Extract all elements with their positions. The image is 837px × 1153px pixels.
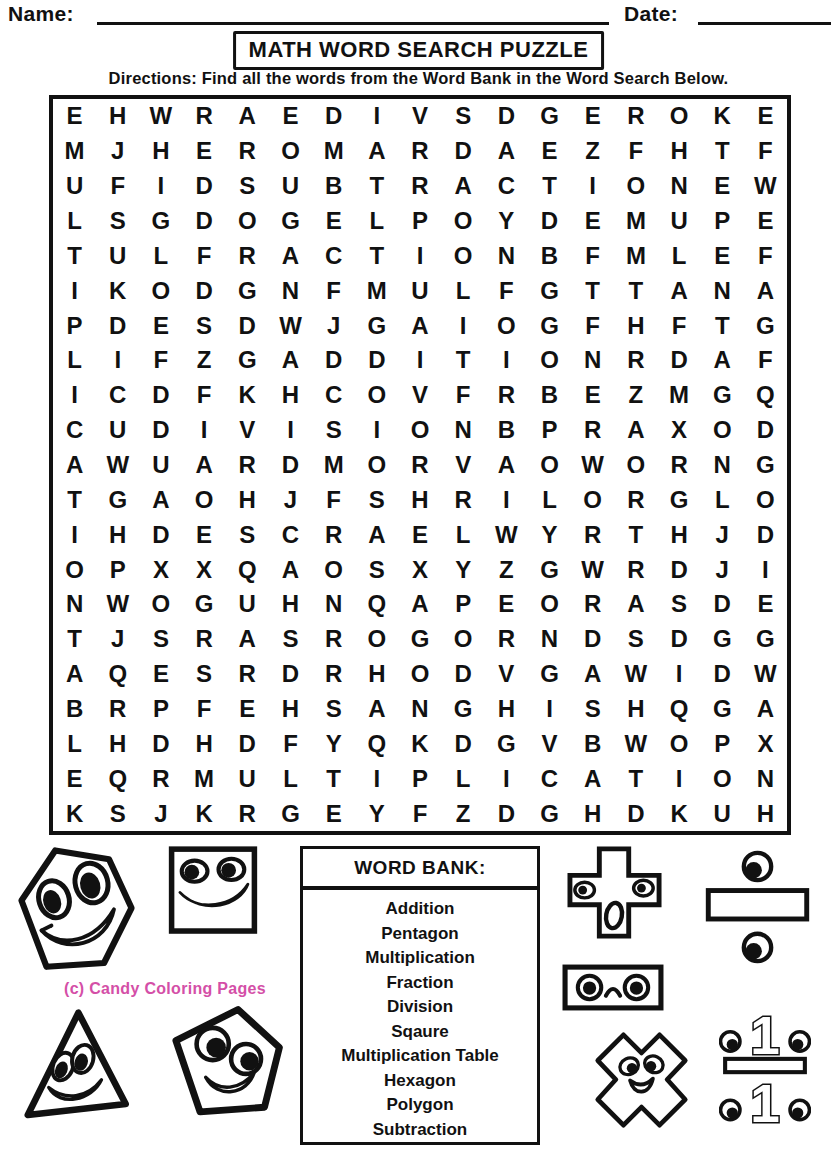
grid-cell: D [226,726,269,761]
grid-cell: T [442,343,485,378]
grid-cell: S [96,204,139,239]
grid-cell: T [355,238,398,273]
grid-cell: E [398,517,441,552]
grid-cell: G [485,726,528,761]
grid-cell: F [183,378,226,413]
grid-cell: M [355,273,398,308]
grid-cell: C [312,378,355,413]
grid-cell: I [571,169,614,204]
word-bank-item: Fraction [303,971,537,996]
grid-cell: Q [355,726,398,761]
grid-cell: H [269,692,312,727]
grid-cell: U [269,169,312,204]
grid-cell: I [53,273,96,308]
grid-cell: I [355,99,398,134]
grid-cell: D [269,448,312,483]
grid-cell: Q [96,657,139,692]
grid-cell: P [528,413,571,448]
grid-cell: H [96,99,139,134]
grid-cell: G [657,482,700,517]
grid-cell: D [485,796,528,831]
grid-cell: H [614,692,657,727]
grid-cell: H [744,796,787,831]
grid-cell: A [53,448,96,483]
grid-cell: W [744,169,787,204]
grid-cell: U [139,448,182,483]
grid-cell: O [657,726,700,761]
grid-cell: F [139,343,182,378]
grid-cell: Q [744,378,787,413]
grid-cell: R [614,99,657,134]
grid-cell: N [657,169,700,204]
grid-cell: O [614,448,657,483]
grid-cell: D [139,726,182,761]
grid-cell: E [701,169,744,204]
grid-cell: V [528,726,571,761]
grid-cell: A [571,657,614,692]
grid-cell: X [398,552,441,587]
grid-cell: Y [528,517,571,552]
grid-cell: T [355,169,398,204]
grid-cell: R [442,482,485,517]
grid-cell: I [183,413,226,448]
grid-cell: C [528,761,571,796]
grid-cell: I [657,761,700,796]
grid-cell: P [96,552,139,587]
grid-cell: T [53,238,96,273]
grid-cell: V [398,99,441,134]
grid-cell: A [355,692,398,727]
grid-cell: S [614,622,657,657]
grid-cell: J [269,482,312,517]
grid-cell: N [571,343,614,378]
grid-cell: T [701,308,744,343]
grid-cell: F [183,238,226,273]
grid-cell: G [355,308,398,343]
grid-cell: I [528,692,571,727]
svg-text:1: 1 [750,1006,780,1065]
grid-cell: V [398,378,441,413]
grid-cell: V [485,657,528,692]
grid-cell: O [485,308,528,343]
grid-cell: H [96,726,139,761]
grid-cell: S [657,587,700,622]
grid-cell: D [442,657,485,692]
grid-cell: E [226,692,269,727]
grid-cell: C [312,238,355,273]
grid-cell: D [744,517,787,552]
grid-cell: G [139,204,182,239]
grid-cell: R [226,796,269,831]
grid-cell: L [53,204,96,239]
grid-cell: L [139,238,182,273]
word-bank-item: Polygon [303,1093,537,1118]
grid-cell: Q [96,761,139,796]
grid-cell: N [53,587,96,622]
grid-cell: D [269,657,312,692]
grid-cell: Z [571,134,614,169]
grid-cell: X [744,726,787,761]
minus-sign-face-icon [562,964,664,1011]
grid-cell: S [269,622,312,657]
grid-cell: H [398,482,441,517]
grid-cell: F [398,796,441,831]
grid-cell: H [183,726,226,761]
grid-cell: H [355,657,398,692]
grid-cell: Q [355,587,398,622]
grid-cell: N [485,238,528,273]
grid-cell: D [657,622,700,657]
grid-cell: G [528,308,571,343]
grid-cell: H [96,517,139,552]
square-face-icon [167,844,259,938]
grid-cell: A [269,343,312,378]
grid-cell: A [226,99,269,134]
grid-cell: O [528,343,571,378]
grid-cell: Q [226,552,269,587]
grid-cell: R [571,587,614,622]
grid-cell: Z [442,796,485,831]
grid-cell: R [485,622,528,657]
grid-cell: B [312,169,355,204]
grid-cell: H [485,692,528,727]
grid-cell: C [269,517,312,552]
grid-cell: L [657,238,700,273]
grid-cell: U [657,204,700,239]
grid-cell: A [139,482,182,517]
grid-cell: A [657,273,700,308]
grid-cell: J [96,622,139,657]
grid-cell: N [701,273,744,308]
grid-cell: E [269,99,312,134]
grid-cell: I [355,413,398,448]
grid-cell: R [571,517,614,552]
grid-cell: W [571,552,614,587]
grid-cell: O [528,587,571,622]
grid-cell: S [571,692,614,727]
grid-cell: R [614,343,657,378]
grid-cell: C [485,169,528,204]
grid-cell: A [269,552,312,587]
grid-cell: G [269,796,312,831]
grid-cell: I [398,343,441,378]
grid-cell: O [355,448,398,483]
grid-cell: X [657,413,700,448]
grid-cell: N [528,622,571,657]
name-blank-line [97,4,609,25]
grid-cell: E [744,204,787,239]
grid-cell: F [614,134,657,169]
grid-cell: D [312,343,355,378]
grid-cell: E [139,308,182,343]
grid-cell: O [312,552,355,587]
grid-cell: D [442,726,485,761]
grid-cell: O [226,204,269,239]
grid-cell: F [96,169,139,204]
grid-cell: G [528,796,571,831]
pentagon-face-icon [169,1006,284,1120]
grid-cell: E [312,796,355,831]
grid-cell: H [657,134,700,169]
grid-cell: D [701,657,744,692]
grid-cell: D [657,552,700,587]
grid-cell: U [701,796,744,831]
grid-cell: L [53,343,96,378]
word-bank-item: Division [303,995,537,1020]
grid-cell: V [226,413,269,448]
grid-cell: O [571,482,614,517]
grid-cell: E [528,134,571,169]
grid-cell: V [442,448,485,483]
grid-cell: A [355,517,398,552]
grid-cell: E [53,99,96,134]
grid-cell: O [139,587,182,622]
grid-cell: R [614,482,657,517]
grid-cell: D [226,308,269,343]
grid-cell: W [269,308,312,343]
grid-cell: R [312,657,355,692]
grid-cell: P [139,692,182,727]
grid-cell: D [96,308,139,343]
grid-cell: T [701,134,744,169]
grid-cell: K [701,99,744,134]
grid-cell: K [183,796,226,831]
grid-cell: D [139,413,182,448]
grid-cell: E [485,587,528,622]
date-blank-line [698,4,831,25]
grid-cell: B [528,378,571,413]
grid-cell: O [744,482,787,517]
grid-cell: M [312,448,355,483]
grid-cell: J [312,308,355,343]
grid-cell: E [53,761,96,796]
grid-cell: B [528,238,571,273]
grid-cell: O [139,273,182,308]
grid-cell: F [744,134,787,169]
grid-cell: G [528,657,571,692]
grid-cell: D [183,169,226,204]
grid-cell: D [183,273,226,308]
grid-cell: R [183,622,226,657]
grid-cell: W [96,448,139,483]
grid-cell: N [312,587,355,622]
grid-cell: O [355,622,398,657]
grid-cell: O [614,169,657,204]
grid-cell: I [485,343,528,378]
grid-cell: A [571,761,614,796]
grid-cell: R [312,517,355,552]
page-title: MATH WORD SEARCH PUZZLE [233,31,605,70]
grid-cell: U [96,413,139,448]
grid-cell: T [53,622,96,657]
grid-cell: D [139,378,182,413]
grid-cell: R [96,692,139,727]
grid-cell: H [657,517,700,552]
grid-cell: J [701,517,744,552]
grid-cell: I [744,552,787,587]
grid-cell: W [744,657,787,692]
grid-cell: O [657,99,700,134]
grid-cell: U [96,238,139,273]
grid-cell: O [701,413,744,448]
grid-cell: L [528,482,571,517]
grid-cell: R [485,378,528,413]
grid-cell: L [355,204,398,239]
grid-cell: I [355,761,398,796]
grid-cell: A [701,343,744,378]
word-bank-item: Hexagon [303,1069,537,1094]
grid-cell: Z [614,378,657,413]
grid-cell: J [139,796,182,831]
grid-cell: N [701,448,744,483]
grid-cell: W [485,517,528,552]
word-bank-item: Multiplication Table [303,1044,537,1069]
grid-cell: D [657,343,700,378]
grid-cell: R [571,413,614,448]
grid-cell: P [701,726,744,761]
grid-cell: P [53,308,96,343]
grid-cell: H [226,482,269,517]
grid-cell: D [744,413,787,448]
grid-cell: W [614,726,657,761]
svg-text:1: 1 [750,1074,780,1126]
grid-cell: I [485,482,528,517]
grid-cell: F [744,238,787,273]
grid-cell: T [312,761,355,796]
grid-cell: N [398,692,441,727]
word-search-grid: EHWRAEDIVSDGEROKEMJHEROMARDAEZFHTFUFIDSU… [49,95,791,835]
grid-cell: R [226,134,269,169]
grid-cell: S [355,552,398,587]
grid-cell: A [398,308,441,343]
grid-cell: R [398,448,441,483]
grid-cell: T [614,273,657,308]
grid-cell: U [226,587,269,622]
grid-cell: P [701,204,744,239]
grid-cell: E [571,378,614,413]
grid-cell: T [528,169,571,204]
grid-cell: R [139,761,182,796]
grid-cell: S [183,308,226,343]
grid-cell: A [614,413,657,448]
plus-sign-face-icon [566,845,664,940]
grid-cell: G [226,343,269,378]
grid-cell: U [226,761,269,796]
grid-cell: N [744,761,787,796]
grid-cell: L [701,482,744,517]
grid-cell: Z [183,343,226,378]
grid-cell: F [657,308,700,343]
grid-cell: A [398,587,441,622]
grid-cell: F [269,726,312,761]
grid-cell: W [139,99,182,134]
grid-cell: G [398,622,441,657]
grid-cell: E [744,587,787,622]
grid-cell: A [226,622,269,657]
grid-cell: Y [442,552,485,587]
grid-cell: I [485,761,528,796]
date-label: Date: [624,2,678,26]
grid-cell: H [269,587,312,622]
grid-cell: A [744,273,787,308]
grid-cell: A [269,238,312,273]
grid-cell: G [744,448,787,483]
grid-cell: G [744,622,787,657]
grid-cell: W [96,587,139,622]
triangle-face-icon [19,1007,129,1124]
fraction-one-over-one-icon: 1 1 [719,1004,811,1126]
grid-cell: L [53,726,96,761]
grid-cell: M [53,134,96,169]
word-bank-item: Sqaure [303,1020,537,1045]
grid-cell: R [398,134,441,169]
grid-cell: G [528,99,571,134]
grid-cell: I [53,517,96,552]
grid-cell: G [744,308,787,343]
grid-cell: M [312,134,355,169]
grid-cell: K [398,726,441,761]
grid-cell: B [485,413,528,448]
grid-cell: T [614,517,657,552]
grid-cell: M [183,761,226,796]
grid-cell: S [139,622,182,657]
grid-cell: G [528,552,571,587]
grid-cell: H [269,378,312,413]
grid-cell: R [226,448,269,483]
grid-cell: E [571,99,614,134]
grid-cell: F [312,273,355,308]
grid-cell: A [53,657,96,692]
grid-cell: G [528,273,571,308]
grid-cell: I [96,343,139,378]
grid-cell: D [442,134,485,169]
grid-cell: S [183,657,226,692]
grid-cell: L [269,761,312,796]
grid-cell: L [442,517,485,552]
grid-cell: E [183,517,226,552]
word-bank-item: Pentagon [303,922,537,947]
grid-cell: S [96,796,139,831]
grid-cell: R [183,99,226,134]
multiplication-sign-face-icon [594,1031,689,1129]
grid-cell: I [398,238,441,273]
grid-cell: F [442,378,485,413]
grid-cell: H [614,308,657,343]
grid-cell: O [528,448,571,483]
grid-cell: G [701,378,744,413]
grid-cell: R [226,657,269,692]
grid-cell: Z [485,552,528,587]
grid-cell: S [355,482,398,517]
grid-cell: L [442,761,485,796]
grid-cell: M [614,204,657,239]
grid-cell: A [355,134,398,169]
grid-cell: A [614,587,657,622]
grid-cell: F [571,308,614,343]
grid-cell: D [614,796,657,831]
grid-cell: Y [355,796,398,831]
grid-cell: H [139,134,182,169]
grid-cell: C [53,413,96,448]
directions-text: Directions: Find all the words from the … [0,69,837,88]
name-label: Name: [8,2,74,26]
grid-cell: P [398,204,441,239]
grid-cell: S [226,169,269,204]
grid-cell: X [139,552,182,587]
grid-cell: L [442,273,485,308]
grid-cell: O [398,657,441,692]
grid-cell: S [312,692,355,727]
